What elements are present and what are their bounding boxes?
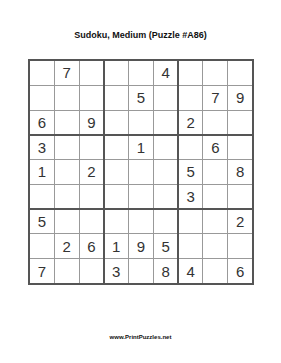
cell-r6c9: [228, 185, 252, 209]
cell-r1c2: 7: [55, 61, 79, 85]
cell-r8c6: 5: [154, 234, 178, 258]
cell-r6c1: [30, 185, 54, 209]
cell-r3c5: [129, 111, 153, 135]
cell-r1c7: [179, 61, 203, 85]
cell-r4c6: [154, 135, 178, 159]
cell-r9c6: 8: [154, 259, 178, 283]
cell-r2c1: [30, 86, 54, 110]
cell-r9c7: 4: [179, 259, 203, 283]
cell-r6c2: [55, 185, 79, 209]
cell-r8c1: [30, 234, 54, 258]
cell-r9c4: 3: [104, 259, 128, 283]
cell-r5c6: [154, 160, 178, 184]
cell-r5c1: 1: [30, 160, 54, 184]
cell-r3c4: [104, 111, 128, 135]
cell-r1c8: [203, 61, 227, 85]
cell-r3c8: [203, 111, 227, 135]
cell-r7c1: 5: [30, 210, 54, 234]
cell-r7c6: [154, 210, 178, 234]
cell-r8c4: 1: [104, 234, 128, 258]
cell-r6c6: [154, 185, 178, 209]
cell-r4c8: 6: [203, 135, 227, 159]
cell-r1c1: [30, 61, 54, 85]
cell-r9c5: [129, 259, 153, 283]
cell-r9c9: 6: [228, 259, 252, 283]
cell-r8c8: [203, 234, 227, 258]
cell-r1c4: [104, 61, 128, 85]
page-title: Sudoku, Medium (Puzzle #A86): [0, 30, 281, 40]
cell-r9c2: [55, 259, 79, 283]
cell-r2c4: [104, 86, 128, 110]
cell-r8c9: [228, 234, 252, 258]
cell-r7c8: [203, 210, 227, 234]
cell-r3c3: 9: [80, 111, 104, 135]
cell-r8c5: 9: [129, 234, 153, 258]
cell-r7c7: [179, 210, 203, 234]
cell-r6c7: 3: [179, 185, 203, 209]
cell-r5c8: [203, 160, 227, 184]
sudoku-board: 7457969231612583522619573846: [28, 59, 254, 285]
cell-r2c9: 9: [228, 86, 252, 110]
cell-r7c4: [104, 210, 128, 234]
cell-r7c9: 2: [228, 210, 252, 234]
cell-r4c5: 1: [129, 135, 153, 159]
cell-r9c3: [80, 259, 104, 283]
cell-r1c6: 4: [154, 61, 178, 85]
cell-r3c1: 6: [30, 111, 54, 135]
cell-r5c2: [55, 160, 79, 184]
cell-r2c3: [80, 86, 104, 110]
cell-r9c1: 7: [30, 259, 54, 283]
cell-r4c3: [80, 135, 104, 159]
cell-r2c6: [154, 86, 178, 110]
cell-r8c7: [179, 234, 203, 258]
cell-r2c7: [179, 86, 203, 110]
cell-r1c5: [129, 61, 153, 85]
cell-r1c3: [80, 61, 104, 85]
cell-r4c4: [104, 135, 128, 159]
cell-r2c8: 7: [203, 86, 227, 110]
cell-r2c5: 5: [129, 86, 153, 110]
cell-r7c5: [129, 210, 153, 234]
cell-r7c2: [55, 210, 79, 234]
cell-r5c4: [104, 160, 128, 184]
cell-r9c8: [203, 259, 227, 283]
cell-r4c7: [179, 135, 203, 159]
cell-r5c7: 5: [179, 160, 203, 184]
cell-r6c4: [104, 185, 128, 209]
cell-r4c1: 3: [30, 135, 54, 159]
cell-r1c9: [228, 61, 252, 85]
cell-r3c6: [154, 111, 178, 135]
cell-r6c3: [80, 185, 104, 209]
cell-r6c8: [203, 185, 227, 209]
cell-r8c2: 2: [55, 234, 79, 258]
cell-r2c2: [55, 86, 79, 110]
cell-r8c3: 6: [80, 234, 104, 258]
cell-r3c7: 2: [179, 111, 203, 135]
cell-r3c2: [55, 111, 79, 135]
cell-r6c5: [129, 185, 153, 209]
cell-r3c9: [228, 111, 252, 135]
cell-r5c3: 2: [80, 160, 104, 184]
cell-r4c2: [55, 135, 79, 159]
cell-r7c3: [80, 210, 104, 234]
sudoku-grid: 7457969231612583522619573846: [30, 61, 252, 283]
cell-r5c9: 8: [228, 160, 252, 184]
page-footer-url: www.PrintPuzzles.net: [0, 334, 281, 340]
cell-r5c5: [129, 160, 153, 184]
cell-r4c9: [228, 135, 252, 159]
